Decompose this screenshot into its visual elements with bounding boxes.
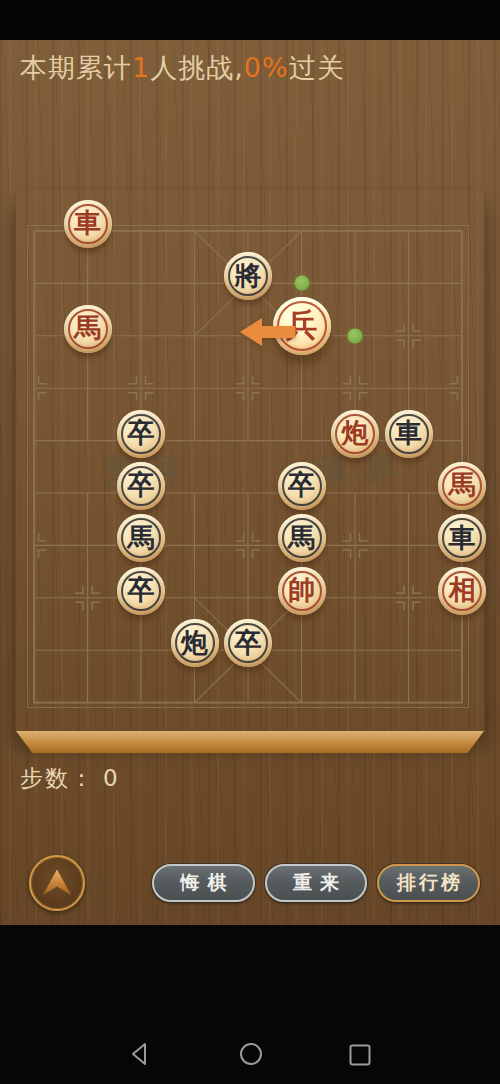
piece-glyph: 卒 — [128, 471, 155, 500]
piece-glyph: 卒 — [128, 576, 155, 605]
move-counter-value: 0 — [103, 765, 120, 791]
piece-black[interactable]: 卒 — [117, 567, 165, 615]
header-segment: 1 — [132, 52, 150, 83]
move-counter: 步数：0 — [20, 763, 120, 794]
nav-back-icon[interactable] — [128, 1042, 152, 1066]
piece-glyph: 車 — [449, 524, 476, 553]
leaderboard-button[interactable]: 排行榜 — [377, 864, 480, 902]
piece-black[interactable]: 將 — [224, 252, 272, 300]
piece-black[interactable]: 卒 — [278, 462, 326, 510]
piece-black[interactable]: 車 — [385, 410, 433, 458]
piece-red[interactable]: 帥 — [278, 567, 326, 615]
nav-home-icon[interactable] — [239, 1042, 263, 1066]
piece-glyph: 卒 — [235, 629, 262, 658]
piece-glyph: 炮 — [342, 419, 369, 448]
pieces-grid: 車將馬兵卒炮車卒卒馬馬馬車卒帥相炮卒 — [7, 205, 489, 729]
header-segment: 0% — [244, 52, 289, 83]
piece-red[interactable]: 炮 — [331, 410, 379, 458]
piece-red[interactable]: 相 — [438, 567, 486, 615]
piece-glyph: 馬 — [288, 524, 315, 553]
board-front-edge — [16, 731, 484, 753]
move-arrow-icon — [238, 316, 298, 348]
challenge-stats-header: 本期累计1人挑战,0%过关 — [20, 50, 345, 86]
header-segment: 人挑战, — [150, 52, 244, 83]
piece-glyph: 車 — [395, 419, 422, 448]
piece-glyph: 相 — [449, 576, 476, 605]
up-arrow-icon — [37, 865, 77, 901]
xiangqi-board[interactable]: 楚河 漢界 車將馬兵卒炮車卒卒馬馬馬車卒帥相炮卒 — [16, 190, 484, 731]
piece-glyph: 馬 — [128, 524, 155, 553]
piece-glyph: 卒 — [128, 419, 155, 448]
piece-black[interactable]: 卒 — [224, 619, 272, 667]
header-segment: 本期累计 — [20, 52, 132, 83]
piece-glyph: 卒 — [288, 471, 315, 500]
piece-glyph: 馬 — [449, 471, 476, 500]
piece-glyph: 炮 — [181, 629, 208, 658]
piece-black[interactable]: 炮 — [171, 619, 219, 667]
piece-black[interactable]: 車 — [438, 514, 486, 562]
piece-glyph: 將 — [235, 262, 262, 291]
piece-black[interactable]: 馬 — [278, 514, 326, 562]
status-bar — [0, 0, 500, 40]
move-counter-label: 步数： — [20, 765, 95, 791]
piece-red[interactable]: 車 — [64, 200, 112, 248]
piece-red[interactable]: 馬 — [438, 462, 486, 510]
piece-glyph: 帥 — [288, 576, 315, 605]
restart-button[interactable]: 重来 — [265, 864, 367, 902]
expand-button[interactable] — [29, 855, 85, 911]
piece-black[interactable]: 卒 — [117, 462, 165, 510]
piece-glyph: 馬 — [74, 314, 101, 343]
piece-black[interactable]: 卒 — [117, 410, 165, 458]
undo-button[interactable]: 悔棋 — [152, 864, 255, 902]
app-screen: 本期累计1人挑战,0%过关 楚河 漢界 車將馬兵卒炮車卒卒馬馬馬車卒帥相炮卒 步… — [0, 0, 500, 1084]
header-segment: 过关 — [289, 52, 345, 83]
piece-red[interactable]: 馬 — [64, 305, 112, 353]
piece-glyph: 車 — [74, 209, 101, 238]
android-nav-bar: Bai du 经验 jingyan.baidu.com — [0, 925, 500, 1084]
piece-black[interactable]: 馬 — [117, 514, 165, 562]
nav-recent-icon[interactable] — [349, 1044, 371, 1066]
